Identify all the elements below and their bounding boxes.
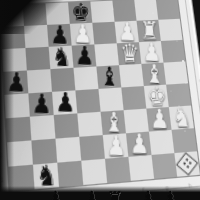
black-pawn: ♟ (54, 87, 78, 116)
black-pawn: ♟ (30, 89, 54, 118)
white-pawn: ♟ (128, 129, 152, 158)
square-f6: ♛ (117, 42, 142, 65)
square-f8 (112, 0, 136, 22)
square-e5: ♝ (96, 65, 121, 89)
square-h7 (158, 19, 182, 41)
captured-black-pawn: ♟ (84, 186, 99, 200)
square-g4: ♚ (144, 85, 169, 109)
dust-specks (182, 60, 184, 62)
square-b3 (30, 115, 56, 140)
square-e7 (92, 22, 116, 45)
white-bishop: ♝ (102, 107, 126, 136)
square-c2 (55, 137, 81, 163)
square-e3: ♝ (101, 110, 126, 135)
square-f7: ♟ (115, 21, 139, 44)
square-e6 (94, 43, 119, 66)
square-c3 (54, 113, 80, 138)
captured-black-pawn: ♟ (141, 186, 156, 200)
square-h3: ♞ (169, 105, 194, 129)
captured-black-pawn: ♟ (163, 186, 178, 200)
square-d7: ♟ (70, 23, 95, 46)
square-b4: ♟ (28, 92, 53, 117)
square-d4 (75, 89, 100, 113)
white-knight: ♞ (170, 103, 194, 131)
black-knight: ♞ (50, 43, 73, 71)
white-pawn: ♟ (71, 20, 94, 47)
square-g3: ♟ (146, 107, 171, 132)
square-g1 (151, 153, 177, 179)
square-c4: ♟ (52, 90, 77, 115)
square-f4 (121, 86, 146, 110)
black-king: ♚ (70, 0, 93, 25)
white-pawn: ♟ (116, 18, 139, 45)
chessboard-photo: ♚♟♟♟♜♞♟♛♟♟♝♝♟♟♚♝♟♞♟♟♞♦♦ ♦♦ abcdefgh 8765… (0, 0, 200, 200)
table-background-left (0, 0, 14, 200)
square-g6: ♟ (139, 41, 164, 64)
square-f3 (124, 109, 149, 134)
square-e2: ♟ (103, 133, 129, 158)
square-f5 (119, 64, 144, 88)
captured-black-pawn: ♟ (48, 186, 63, 200)
square-f1 (128, 155, 154, 181)
square-c1 (57, 161, 83, 187)
captured-black-rook: ♜ (107, 186, 124, 200)
square-d8: ♚ (68, 2, 92, 24)
square-g5: ♝ (141, 63, 166, 86)
square-g2 (149, 130, 174, 155)
square-c5 (50, 68, 75, 92)
square-h1: ♦♦ ♦♦ (174, 151, 200, 177)
corner-diamond-logo: ♦♦ ♦♦ (176, 153, 199, 176)
black-pawn: ♟ (73, 41, 96, 69)
square-g8 (134, 0, 158, 21)
black-bishop: ♝ (98, 62, 121, 90)
square-d2 (79, 135, 105, 161)
square-d1 (81, 159, 107, 185)
captured-pieces-tray: ♟♟♜♟♟ (48, 188, 178, 200)
square-e1 (105, 157, 131, 183)
square-b5 (27, 69, 52, 93)
square-h8 (156, 0, 180, 20)
white-queen: ♛ (119, 39, 142, 66)
square-h2 (172, 128, 197, 153)
square-d5 (73, 66, 98, 90)
square-d6: ♟ (72, 44, 97, 67)
square-b6 (25, 47, 50, 71)
square-e8 (90, 1, 114, 23)
square-h4 (166, 83, 191, 107)
square-c6: ♞ (49, 46, 74, 70)
square-g7: ♜ (137, 20, 161, 42)
square-b2 (31, 139, 57, 165)
square-d3 (77, 112, 102, 137)
square-f2: ♟ (126, 132, 152, 157)
square-e4 (98, 87, 123, 111)
square-h5 (163, 61, 188, 84)
white-pawn: ♟ (105, 130, 129, 159)
